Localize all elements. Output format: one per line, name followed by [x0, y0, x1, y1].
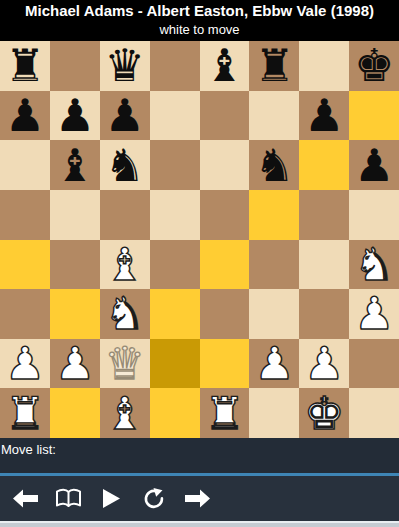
- play-button[interactable]: [97, 487, 125, 511]
- square-h3[interactable]: ♟: [349, 289, 399, 339]
- play-icon: [103, 489, 120, 508]
- forward-arrow-icon: [185, 489, 210, 508]
- square-d6[interactable]: [150, 140, 200, 190]
- square-c1[interactable]: ♝: [100, 388, 150, 438]
- square-g5[interactable]: [299, 190, 349, 240]
- back-button[interactable]: [11, 487, 39, 511]
- square-a7[interactable]: ♟: [0, 91, 50, 141]
- square-d8[interactable]: [150, 41, 200, 91]
- square-b5[interactable]: [50, 190, 100, 240]
- piece-black-pawn[interactable]: ♟: [5, 91, 45, 140]
- game-title: Michael Adams - Albert Easton, Ebbw Vale…: [0, 0, 399, 21]
- square-d5[interactable]: [150, 190, 200, 240]
- square-a1[interactable]: ♜: [0, 388, 50, 438]
- square-c7[interactable]: ♟: [100, 91, 150, 141]
- square-g7[interactable]: ♟: [299, 91, 349, 141]
- square-d4[interactable]: [150, 240, 200, 290]
- square-b3[interactable]: [50, 289, 100, 339]
- square-g2[interactable]: ♟: [299, 339, 349, 389]
- piece-black-bishop[interactable]: ♝: [55, 141, 95, 190]
- square-e8[interactable]: ♝: [200, 41, 250, 91]
- square-a4[interactable]: [0, 240, 50, 290]
- square-f5[interactable]: [249, 190, 299, 240]
- square-c2[interactable]: ♛: [100, 339, 150, 389]
- piece-white-knight[interactable]: ♞: [105, 289, 145, 338]
- square-e4[interactable]: [200, 240, 250, 290]
- piece-white-pawn[interactable]: ♟: [55, 339, 95, 388]
- piece-black-pawn[interactable]: ♟: [304, 91, 344, 140]
- side-to-move-label: white to move: [0, 21, 399, 39]
- square-g1[interactable]: ♚: [299, 388, 349, 438]
- piece-black-bishop[interactable]: ♝: [204, 41, 244, 90]
- square-f6[interactable]: ♞: [249, 140, 299, 190]
- square-f1[interactable]: [249, 388, 299, 438]
- square-a3[interactable]: [0, 289, 50, 339]
- square-e7[interactable]: [200, 91, 250, 141]
- square-a6[interactable]: [0, 140, 50, 190]
- square-a8[interactable]: ♜: [0, 41, 50, 91]
- piece-black-knight[interactable]: ♞: [254, 141, 294, 190]
- book-icon: [55, 488, 82, 509]
- square-f4[interactable]: [249, 240, 299, 290]
- piece-white-bishop[interactable]: ♝: [105, 240, 145, 289]
- square-b6[interactable]: ♝: [50, 140, 100, 190]
- square-d3[interactable]: [150, 289, 200, 339]
- piece-black-queen[interactable]: ♛: [105, 41, 145, 90]
- square-d7[interactable]: [150, 91, 200, 141]
- square-c8[interactable]: ♛: [100, 41, 150, 91]
- piece-black-pawn[interactable]: ♟: [105, 91, 145, 140]
- piece-white-pawn[interactable]: ♟: [354, 289, 394, 338]
- square-f7[interactable]: [249, 91, 299, 141]
- square-e2[interactable]: [200, 339, 250, 389]
- square-e1[interactable]: ♜: [200, 388, 250, 438]
- square-h5[interactable]: [349, 190, 399, 240]
- square-h6[interactable]: ♟: [349, 140, 399, 190]
- move-list-bar: Move list:: [0, 438, 399, 473]
- piece-white-bishop[interactable]: ♝: [105, 389, 145, 438]
- piece-white-rook[interactable]: ♜: [5, 389, 45, 438]
- square-d2[interactable]: [150, 339, 200, 389]
- forward-button[interactable]: [183, 487, 211, 511]
- square-b1[interactable]: [50, 388, 100, 438]
- square-f2[interactable]: ♟: [249, 339, 299, 389]
- piece-black-rook[interactable]: ♜: [5, 41, 45, 90]
- square-b8[interactable]: [50, 41, 100, 91]
- square-g6[interactable]: [299, 140, 349, 190]
- square-c3[interactable]: ♞: [100, 289, 150, 339]
- square-c4[interactable]: ♝: [100, 240, 150, 290]
- piece-black-knight[interactable]: ♞: [105, 141, 145, 190]
- square-b4[interactable]: [50, 240, 100, 290]
- restart-icon: [143, 488, 165, 510]
- square-b7[interactable]: ♟: [50, 91, 100, 141]
- square-f8[interactable]: ♜: [249, 41, 299, 91]
- square-f3[interactable]: [249, 289, 299, 339]
- bottom-strip: [0, 523, 399, 527]
- chess-board[interactable]: ♜♛♝♜♚♟♟♟♟♝♞♞♟♝♞♞♟♟♟♛♟♟♜♝♜♚: [0, 41, 399, 438]
- piece-black-pawn[interactable]: ♟: [55, 91, 95, 140]
- piece-white-pawn[interactable]: ♟: [5, 339, 45, 388]
- toolbar: [0, 476, 399, 521]
- piece-white-rook[interactable]: ♜: [204, 389, 244, 438]
- square-g8[interactable]: [299, 41, 349, 91]
- header: Michael Adams - Albert Easton, Ebbw Vale…: [0, 0, 399, 41]
- piece-white-queen[interactable]: ♛: [105, 339, 145, 388]
- square-b2[interactable]: ♟: [50, 339, 100, 389]
- back-arrow-icon: [13, 489, 38, 508]
- square-h7[interactable]: [349, 91, 399, 141]
- square-c6[interactable]: ♞: [100, 140, 150, 190]
- square-h8[interactable]: ♚: [349, 41, 399, 91]
- square-e5[interactable]: [200, 190, 250, 240]
- square-h1[interactable]: [349, 388, 399, 438]
- square-a2[interactable]: ♟: [0, 339, 50, 389]
- piece-white-pawn[interactable]: ♟: [304, 339, 344, 388]
- square-h2[interactable]: [349, 339, 399, 389]
- piece-white-knight[interactable]: ♞: [354, 240, 394, 289]
- chess-app-window: Michael Adams - Albert Easton, Ebbw Vale…: [0, 0, 399, 527]
- piece-black-pawn[interactable]: ♟: [354, 141, 394, 190]
- square-g4[interactable]: [299, 240, 349, 290]
- restart-button[interactable]: [140, 487, 168, 511]
- square-g3[interactable]: [299, 289, 349, 339]
- piece-white-king[interactable]: ♚: [304, 389, 344, 438]
- square-h4[interactable]: ♞: [349, 240, 399, 290]
- piece-black-king[interactable]: ♚: [354, 41, 394, 90]
- square-e3[interactable]: [200, 289, 250, 339]
- piece-white-pawn[interactable]: ♟: [254, 339, 294, 388]
- move-list-label: Move list:: [1, 442, 56, 457]
- square-a5[interactable]: [0, 190, 50, 240]
- move-list-book-button[interactable]: [54, 487, 82, 511]
- square-c5[interactable]: [100, 190, 150, 240]
- square-d1[interactable]: [150, 388, 200, 438]
- square-e6[interactable]: [200, 140, 250, 190]
- piece-black-rook[interactable]: ♜: [254, 41, 294, 90]
